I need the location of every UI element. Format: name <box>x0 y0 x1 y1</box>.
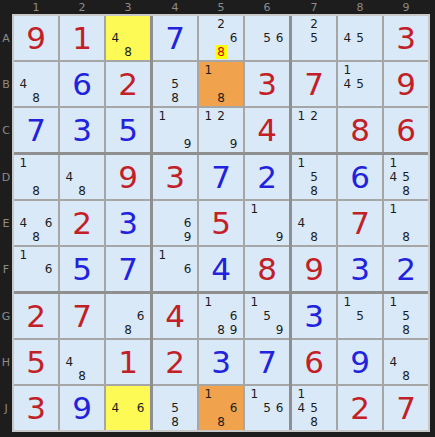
cell-B5[interactable]: 18 <box>199 62 243 106</box>
candidate-8: 8 <box>30 230 43 244</box>
candidate-6: 6 <box>42 216 55 230</box>
candidate-5: 5 <box>400 309 413 323</box>
cell-A3[interactable]: 48 <box>106 16 150 60</box>
cell-D3[interactable]: 9 <box>106 155 150 199</box>
sudoku-board: 9148486273572685658183191294254537145912… <box>12 14 430 432</box>
box-8: 4168915923758168156 <box>153 294 289 430</box>
candidate-8: 8 <box>400 184 413 198</box>
cell-H8[interactable]: 9 <box>338 340 382 384</box>
cell-B1[interactable]: 48 <box>14 62 58 106</box>
row-label-E: E <box>0 201 12 245</box>
candidate-grid: 48 <box>63 156 101 198</box>
solved-digit: 6 <box>60 62 104 106</box>
row-label-F: F <box>0 247 12 291</box>
candidate-6: 6 <box>227 31 240 45</box>
column-label-8: 8 <box>338 1 382 14</box>
cell-D2[interactable]: 48 <box>60 155 104 199</box>
candidate-grid: 15 <box>341 295 379 337</box>
given-digit: 5 <box>199 201 243 245</box>
cell-C1[interactable]: 7 <box>14 108 58 152</box>
candidate-4: 4 <box>341 77 354 91</box>
cell-F8[interactable]: 3 <box>338 247 382 291</box>
candidate-4: 4 <box>17 216 30 230</box>
candidate-8: 8 <box>76 369 89 383</box>
solved-digit: 3 <box>60 108 104 152</box>
cell-H4[interactable]: 2 <box>153 340 197 384</box>
candidate-8: 8 <box>122 45 135 59</box>
candidate-grid: 158 <box>387 295 425 337</box>
cell-G8[interactable]: 15 <box>338 294 382 338</box>
cell-B8[interactable]: 145 <box>338 62 382 106</box>
candidate-4: 4 <box>17 77 30 91</box>
cell-A1[interactable]: 9 <box>14 16 58 60</box>
vgroup-group: ABC <box>0 16 12 152</box>
cell-F3[interactable]: 7 <box>106 247 150 291</box>
column-label-6: 6 <box>245 1 289 14</box>
candidate-6: 6 <box>134 401 147 415</box>
given-digit: 3 <box>245 62 289 106</box>
given-digit: 8 <box>245 247 289 291</box>
cell-J9[interactable]: 7 <box>384 386 428 430</box>
cell-C4[interactable]: 19 <box>153 108 197 152</box>
cell-F5[interactable]: 4 <box>199 247 243 291</box>
candidate-4: 4 <box>109 401 122 415</box>
candidate-grid: 16 <box>17 248 55 290</box>
hgroup-group: 123 <box>14 1 150 14</box>
row-label-J: J <box>0 386 12 430</box>
candidate-5: 5 <box>308 401 321 415</box>
column-label-2: 2 <box>60 1 104 14</box>
candidate-2: 2 <box>308 17 321 31</box>
candidate-5: 5 <box>261 401 274 415</box>
candidate-5: 5 <box>169 77 182 91</box>
solved-digit: 5 <box>60 247 104 291</box>
cell-C9[interactable]: 6 <box>384 108 428 152</box>
cell-C8[interactable]: 8 <box>338 108 382 152</box>
candidate-grid: 129 <box>202 109 240 151</box>
candidate-5: 5 <box>261 31 274 45</box>
sudoku-app: 123456789 ABCDEFGHJ 91484862735726856581… <box>0 0 435 432</box>
candidate-grid: 12 <box>295 109 333 151</box>
candidate-1: 1 <box>295 109 308 123</box>
candidate-6: 6 <box>273 31 286 45</box>
row-label-B: B <box>0 62 12 106</box>
cell-E6[interactable]: 19 <box>245 201 289 245</box>
candidate-1: 1 <box>202 109 215 123</box>
cell-D6[interactable]: 2 <box>245 155 289 199</box>
column-label-1: 1 <box>14 1 58 14</box>
candidate-9: 9 <box>181 137 194 151</box>
cell-A5[interactable]: 268 <box>199 16 243 60</box>
candidate-1: 1 <box>295 156 308 170</box>
cell-F2[interactable]: 5 <box>60 247 104 291</box>
candidate-8: 8 <box>30 91 43 105</box>
column-label-7: 7 <box>292 1 336 14</box>
candidate-5: 5 <box>308 31 321 45</box>
solved-digit: 7 <box>245 340 289 384</box>
candidate-4: 4 <box>295 401 308 415</box>
cell-D4[interactable]: 3 <box>153 155 197 199</box>
given-digit: 7 <box>60 294 104 338</box>
column-labels: 123456789 <box>12 0 430 14</box>
candidate-6: 6 <box>227 401 240 415</box>
candidate-grid: 69 <box>156 202 194 244</box>
cell-E5[interactable]: 5 <box>199 201 243 245</box>
candidate-4: 4 <box>295 216 308 230</box>
given-digit: 9 <box>106 155 150 199</box>
candidate-1: 1 <box>202 63 215 77</box>
candidate-4: 4 <box>109 31 122 45</box>
row-label-D: D <box>0 155 12 199</box>
candidate-1: 1 <box>387 156 400 170</box>
column-label-3: 3 <box>106 1 150 14</box>
candidate-9: 9 <box>273 230 286 244</box>
candidate-5: 5 <box>354 77 367 91</box>
cell-C5[interactable]: 129 <box>199 108 243 152</box>
cell-G1[interactable]: 2 <box>14 294 58 338</box>
cell-C7[interactable]: 12 <box>292 108 336 152</box>
candidate-1: 1 <box>341 63 354 77</box>
cell-A7[interactable]: 25 <box>292 16 336 60</box>
given-digit: 2 <box>14 294 58 338</box>
given-digit: 3 <box>153 155 197 199</box>
solved-digit: 3 <box>292 294 336 338</box>
candidate-9: 9 <box>273 323 286 337</box>
cell-F6[interactable]: 8 <box>245 247 289 291</box>
cell-J6[interactable]: 156 <box>245 386 289 430</box>
cell-H9[interactable]: 48 <box>384 340 428 384</box>
cell-F7[interactable]: 9 <box>292 247 336 291</box>
cell-H3[interactable]: 1 <box>106 340 150 384</box>
vgroup-group: DEF <box>0 155 12 291</box>
column-label-9: 9 <box>384 1 428 14</box>
candidate-6: 6 <box>181 216 194 230</box>
candidate-grid: 1458 <box>295 387 333 429</box>
candidate-5: 5 <box>400 170 413 184</box>
cell-E1[interactable]: 468 <box>14 201 58 245</box>
candidate-5: 5 <box>169 401 182 415</box>
candidate-grid: 145 <box>341 63 379 105</box>
solved-digit: 7 <box>153 16 197 60</box>
candidate-8: 8 <box>215 323 228 337</box>
given-digit: 5 <box>14 340 58 384</box>
cell-H6[interactable]: 7 <box>245 340 289 384</box>
cell-E3[interactable]: 3 <box>106 201 150 245</box>
given-digit: 2 <box>106 62 150 106</box>
row-label-G: G <box>0 294 12 338</box>
cell-J2[interactable]: 9 <box>60 386 104 430</box>
candidate-grid: 18 <box>202 63 240 105</box>
cell-G4[interactable]: 4 <box>153 294 197 338</box>
candidate-6: 6 <box>273 401 286 415</box>
cell-A4[interactable]: 7 <box>153 16 197 60</box>
candidate-1: 1 <box>156 109 169 123</box>
candidate-8: 8 <box>400 323 413 337</box>
solved-digit: 6 <box>338 155 382 199</box>
cell-D7[interactable]: 158 <box>292 155 336 199</box>
candidate-grid: 25 <box>295 17 333 59</box>
given-digit: 7 <box>338 201 382 245</box>
cell-J3[interactable]: 46 <box>106 386 150 430</box>
candidate-grid: 46 <box>109 387 147 429</box>
candidate-grid: 58 <box>156 63 194 105</box>
candidate-1: 1 <box>341 295 354 309</box>
candidate-grid: 159 <box>248 295 286 337</box>
cell-G9[interactable]: 158 <box>384 294 428 338</box>
candidate-8: 8 <box>169 91 182 105</box>
cell-H7[interactable]: 6 <box>292 340 336 384</box>
candidate-grid: 156 <box>248 387 286 429</box>
candidate-grid: 1689 <box>202 295 240 337</box>
candidate-grid: 48 <box>295 202 333 244</box>
column-label-4: 4 <box>153 1 197 14</box>
candidate-1: 1 <box>295 387 308 401</box>
candidate-6: 6 <box>42 262 55 276</box>
candidate-grid: 58 <box>156 387 194 429</box>
given-digit: 2 <box>153 340 197 384</box>
given-digit: 3 <box>384 16 428 60</box>
cell-D9[interactable]: 1458 <box>384 155 428 199</box>
solved-digit: 7 <box>106 247 150 291</box>
cell-G6[interactable]: 159 <box>245 294 289 338</box>
cell-G7[interactable]: 3 <box>292 294 336 338</box>
given-digit: 1 <box>60 16 104 60</box>
given-digit: 6 <box>384 108 428 152</box>
box-3: 25453714591286 <box>292 16 428 152</box>
cell-F9[interactable]: 2 <box>384 247 428 291</box>
candidate-9: 9 <box>181 230 194 244</box>
candidate-4: 4 <box>387 355 400 369</box>
solved-digit: 3 <box>199 340 243 384</box>
hgroup-group: 789 <box>292 1 428 14</box>
given-digit: 9 <box>384 62 428 106</box>
given-digit: 9 <box>292 247 336 291</box>
cell-J1[interactable]: 3 <box>14 386 58 430</box>
candidate-4: 4 <box>387 170 400 184</box>
cell-E9[interactable]: 18 <box>384 201 428 245</box>
candidate-5: 5 <box>308 170 321 184</box>
candidate-grid: 16 <box>156 248 194 290</box>
candidate-grid: 18 <box>387 202 425 244</box>
cell-B6[interactable]: 3 <box>245 62 289 106</box>
cell-E8[interactable]: 7 <box>338 201 382 245</box>
candidate-1: 1 <box>156 248 169 262</box>
cell-F4[interactable]: 16 <box>153 247 197 291</box>
vgroup-group: GHJ <box>0 294 12 430</box>
candidate-4: 4 <box>63 355 76 369</box>
cell-D5[interactable]: 7 <box>199 155 243 199</box>
candidate-8: 8 <box>169 415 182 429</box>
candidate-6: 6 <box>134 309 147 323</box>
cell-B7[interactable]: 7 <box>292 62 336 106</box>
box-9: 3151586948145827 <box>292 294 428 430</box>
candidate-grid: 48 <box>17 63 55 105</box>
cell-G2[interactable]: 7 <box>60 294 104 338</box>
candidate-4: 4 <box>341 31 354 45</box>
cell-H5[interactable]: 3 <box>199 340 243 384</box>
cell-B2[interactable]: 6 <box>60 62 104 106</box>
cell-J7[interactable]: 1458 <box>292 386 336 430</box>
given-digit: 1 <box>106 340 150 384</box>
given-digit: 7 <box>384 386 428 430</box>
candidate-1: 1 <box>248 387 261 401</box>
candidate-grid: 18 <box>17 156 55 198</box>
solved-digit: 9 <box>60 386 104 430</box>
candidate-8: 8 <box>400 369 413 383</box>
candidate-1: 1 <box>387 202 400 216</box>
candidate-8: 8 <box>400 230 413 244</box>
cell-A6[interactable]: 56 <box>245 16 289 60</box>
candidate-8: 8 <box>76 184 89 198</box>
candidate-8: 8 <box>308 184 321 198</box>
cell-B3[interactable]: 2 <box>106 62 150 106</box>
given-digit: 6 <box>292 340 336 384</box>
box-6: 1586145848718932 <box>292 155 428 291</box>
candidate-1: 1 <box>248 202 261 216</box>
candidate-grid: 158 <box>295 156 333 198</box>
candidate-grid: 168 <box>202 387 240 429</box>
cell-A2[interactable]: 1 <box>60 16 104 60</box>
candidate-grid: 468 <box>17 202 55 244</box>
cell-G3[interactable]: 68 <box>106 294 150 338</box>
candidate-5: 5 <box>354 309 367 323</box>
box-1: 91484862735 <box>14 16 150 152</box>
cell-H2[interactable]: 48 <box>60 340 104 384</box>
cell-F1[interactable]: 16 <box>14 247 58 291</box>
solved-digit: 9 <box>338 340 382 384</box>
row-label-H: H <box>0 340 12 384</box>
candidate-1: 1 <box>248 295 261 309</box>
box-7: 276854813946 <box>14 294 150 430</box>
cell-A9[interactable]: 3 <box>384 16 428 60</box>
given-digit: 3 <box>14 386 58 430</box>
candidate-2: 2 <box>215 17 228 31</box>
candidate-grid: 268 <box>202 17 240 59</box>
given-digit: 7 <box>292 62 336 106</box>
hgroup-group: 456 <box>153 1 289 14</box>
column-label-5: 5 <box>199 1 243 14</box>
solved-digit: 5 <box>106 108 150 152</box>
solved-digit: 2 <box>245 155 289 199</box>
cell-G5[interactable]: 1689 <box>199 294 243 338</box>
cell-A8[interactable]: 45 <box>338 16 382 60</box>
candidate-6: 6 <box>181 262 194 276</box>
candidate-grid: 56 <box>248 17 286 59</box>
solved-digit: 4 <box>199 247 243 291</box>
candidate-grid: 45 <box>341 17 379 59</box>
box-5: 372695191648 <box>153 155 289 291</box>
highlighted-candidate-8: 8 <box>215 45 228 59</box>
solved-digit: 2 <box>384 247 428 291</box>
cell-C3[interactable]: 5 <box>106 108 150 152</box>
box-2: 72685658183191294 <box>153 16 289 152</box>
given-digit: 9 <box>14 16 58 60</box>
solved-digit: 3 <box>338 247 382 291</box>
candidate-1: 1 <box>387 295 400 309</box>
cell-C6[interactable]: 4 <box>245 108 289 152</box>
candidate-1: 1 <box>17 156 30 170</box>
row-label-C: C <box>0 108 12 152</box>
candidate-grid: 68 <box>109 295 147 337</box>
cell-D8[interactable]: 6 <box>338 155 382 199</box>
given-digit: 4 <box>153 294 197 338</box>
cell-E7[interactable]: 48 <box>292 201 336 245</box>
candidate-2: 2 <box>215 109 228 123</box>
candidate-8: 8 <box>308 230 321 244</box>
candidate-grid: 19 <box>156 109 194 151</box>
cell-E2[interactable]: 2 <box>60 201 104 245</box>
given-digit: 2 <box>60 201 104 245</box>
cell-B9[interactable]: 9 <box>384 62 428 106</box>
candidate-2: 2 <box>308 109 321 123</box>
solved-digit: 3 <box>106 201 150 245</box>
cell-H1[interactable]: 5 <box>14 340 58 384</box>
candidate-grid: 1458 <box>387 156 425 198</box>
candidate-5: 5 <box>261 309 274 323</box>
candidate-grid: 48 <box>63 341 101 383</box>
cell-J8[interactable]: 2 <box>338 386 382 430</box>
candidate-4: 4 <box>63 170 76 184</box>
given-digit: 8 <box>338 108 382 152</box>
candidate-8: 8 <box>122 323 135 337</box>
candidate-grid: 48 <box>387 341 425 383</box>
solved-digit: 7 <box>199 155 243 199</box>
candidate-1: 1 <box>202 387 215 401</box>
cell-B4[interactable]: 58 <box>153 62 197 106</box>
candidate-8: 8 <box>30 184 43 198</box>
box-4: 18489468231657 <box>14 155 150 291</box>
candidate-grid: 48 <box>109 17 147 59</box>
solved-digit: 7 <box>14 108 58 152</box>
cell-C2[interactable]: 3 <box>60 108 104 152</box>
candidate-8: 8 <box>215 91 228 105</box>
row-label-A: A <box>0 16 12 60</box>
given-digit: 2 <box>338 386 382 430</box>
candidate-9: 9 <box>227 137 240 151</box>
cell-J4[interactable]: 58 <box>153 386 197 430</box>
candidate-5: 5 <box>354 31 367 45</box>
cell-J5[interactable]: 168 <box>199 386 243 430</box>
given-digit: 4 <box>245 108 289 152</box>
candidate-grid: 19 <box>248 202 286 244</box>
candidate-1: 1 <box>17 248 30 262</box>
candidate-8: 8 <box>308 415 321 429</box>
candidate-6: 6 <box>227 309 240 323</box>
cell-D1[interactable]: 18 <box>14 155 58 199</box>
cell-E4[interactable]: 69 <box>153 201 197 245</box>
row-labels: ABCDEFGHJ <box>0 14 12 432</box>
candidate-1: 1 <box>202 295 215 309</box>
candidate-9: 9 <box>227 323 240 337</box>
candidate-8: 8 <box>215 415 228 429</box>
